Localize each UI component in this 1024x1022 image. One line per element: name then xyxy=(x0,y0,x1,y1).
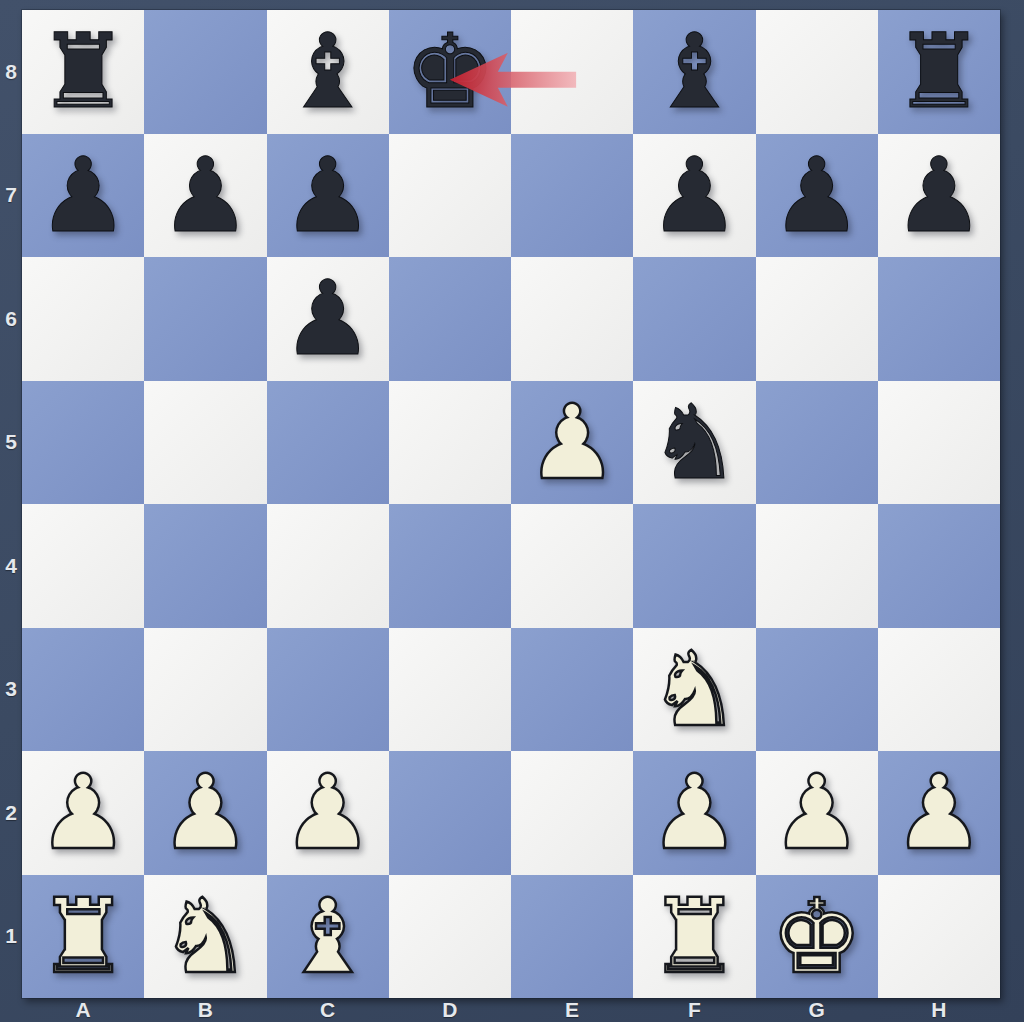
rank-label-5: 5 xyxy=(0,381,22,505)
piece-white-rook[interactable]: ♜ xyxy=(37,885,129,988)
piece-white-pawn[interactable]: ♟ xyxy=(526,391,618,494)
piece-black-king[interactable]: ♚ xyxy=(404,20,496,123)
square-c8[interactable]: ♝ xyxy=(267,10,389,134)
square-f3[interactable]: ♞ xyxy=(633,628,755,752)
file-label-C: C xyxy=(267,998,389,1022)
square-e1[interactable] xyxy=(511,875,633,999)
piece-black-bishop[interactable]: ♝ xyxy=(648,20,740,123)
piece-white-king[interactable]: ♚ xyxy=(770,885,862,988)
square-d8[interactable]: ♚ xyxy=(389,10,511,134)
rank-label-2: 2 xyxy=(0,751,22,875)
piece-black-pawn[interactable]: ♟ xyxy=(893,144,985,247)
file-label-F: F xyxy=(633,998,755,1022)
square-f7[interactable]: ♟ xyxy=(633,134,755,258)
square-g2[interactable]: ♟ xyxy=(756,751,878,875)
square-a3[interactable] xyxy=(22,628,144,752)
square-e8[interactable] xyxy=(511,10,633,134)
square-e5[interactable]: ♟ xyxy=(511,381,633,505)
square-d5[interactable] xyxy=(389,381,511,505)
square-h2[interactable]: ♟ xyxy=(878,751,1000,875)
square-g1[interactable]: ♚ xyxy=(756,875,878,999)
square-f1[interactable]: ♜ xyxy=(633,875,755,999)
square-h4[interactable] xyxy=(878,504,1000,628)
chess-board: ♜♝♚♝♜♟♟♟♟♟♟♟♟♞♞♟♟♟♟♟♟♜♞♝♜♚ xyxy=(22,10,1000,998)
square-b1[interactable]: ♞ xyxy=(144,875,266,999)
square-f8[interactable]: ♝ xyxy=(633,10,755,134)
file-labels: ABCDEFGH xyxy=(22,998,1000,1022)
square-d6[interactable] xyxy=(389,257,511,381)
square-e4[interactable] xyxy=(511,504,633,628)
square-h7[interactable]: ♟ xyxy=(878,134,1000,258)
rank-label-3: 3 xyxy=(0,628,22,752)
piece-black-rook[interactable]: ♜ xyxy=(893,20,985,123)
square-h5[interactable] xyxy=(878,381,1000,505)
piece-white-pawn[interactable]: ♟ xyxy=(893,761,985,864)
square-b6[interactable] xyxy=(144,257,266,381)
piece-white-bishop[interactable]: ♝ xyxy=(281,885,373,988)
square-b7[interactable]: ♟ xyxy=(144,134,266,258)
square-a2[interactable]: ♟ xyxy=(22,751,144,875)
piece-white-pawn[interactable]: ♟ xyxy=(159,761,251,864)
piece-black-pawn[interactable]: ♟ xyxy=(770,144,862,247)
rank-label-1: 1 xyxy=(0,875,22,999)
square-g4[interactable] xyxy=(756,504,878,628)
rank-label-8: 8 xyxy=(0,10,22,134)
square-h8[interactable]: ♜ xyxy=(878,10,1000,134)
square-a1[interactable]: ♜ xyxy=(22,875,144,999)
square-e6[interactable] xyxy=(511,257,633,381)
square-f6[interactable] xyxy=(633,257,755,381)
piece-white-knight[interactable]: ♞ xyxy=(648,638,740,741)
square-e3[interactable] xyxy=(511,628,633,752)
piece-white-rook[interactable]: ♜ xyxy=(648,885,740,988)
square-c7[interactable]: ♟ xyxy=(267,134,389,258)
square-a5[interactable] xyxy=(22,381,144,505)
piece-black-pawn[interactable]: ♟ xyxy=(37,144,129,247)
square-f5[interactable]: ♞ xyxy=(633,381,755,505)
chess-app: 87654321 ♜♝♚♝♜♟♟♟♟♟♟♟♟♞♞♟♟♟♟♟♟♜♞♝♜♚ ABCD… xyxy=(0,0,1024,1022)
piece-black-pawn[interactable]: ♟ xyxy=(281,267,373,370)
file-label-G: G xyxy=(756,998,878,1022)
file-label-A: A xyxy=(22,998,144,1022)
square-a6[interactable] xyxy=(22,257,144,381)
square-c3[interactable] xyxy=(267,628,389,752)
square-c4[interactable] xyxy=(267,504,389,628)
square-g8[interactable] xyxy=(756,10,878,134)
piece-white-pawn[interactable]: ♟ xyxy=(770,761,862,864)
rank-label-7: 7 xyxy=(0,134,22,258)
piece-black-pawn[interactable]: ♟ xyxy=(648,144,740,247)
piece-black-knight[interactable]: ♞ xyxy=(648,391,740,494)
file-label-D: D xyxy=(389,998,511,1022)
square-d2[interactable] xyxy=(389,751,511,875)
square-c1[interactable]: ♝ xyxy=(267,875,389,999)
square-g7[interactable]: ♟ xyxy=(756,134,878,258)
piece-white-pawn[interactable]: ♟ xyxy=(648,761,740,864)
square-g5[interactable] xyxy=(756,381,878,505)
square-b4[interactable] xyxy=(144,504,266,628)
piece-white-pawn[interactable]: ♟ xyxy=(281,761,373,864)
piece-black-pawn[interactable]: ♟ xyxy=(159,144,251,247)
square-d1[interactable] xyxy=(389,875,511,999)
square-a7[interactable]: ♟ xyxy=(22,134,144,258)
square-d7[interactable] xyxy=(389,134,511,258)
square-b5[interactable] xyxy=(144,381,266,505)
square-f4[interactable] xyxy=(633,504,755,628)
piece-black-pawn[interactable]: ♟ xyxy=(281,144,373,247)
square-d3[interactable] xyxy=(389,628,511,752)
square-h1[interactable] xyxy=(878,875,1000,999)
piece-white-knight[interactable]: ♞ xyxy=(159,885,251,988)
square-g6[interactable] xyxy=(756,257,878,381)
square-b2[interactable]: ♟ xyxy=(144,751,266,875)
file-label-B: B xyxy=(144,998,266,1022)
square-h3[interactable] xyxy=(878,628,1000,752)
square-c6[interactable]: ♟ xyxy=(267,257,389,381)
square-a4[interactable] xyxy=(22,504,144,628)
rank-label-4: 4 xyxy=(0,504,22,628)
square-e7[interactable] xyxy=(511,134,633,258)
square-d4[interactable] xyxy=(389,504,511,628)
square-e2[interactable] xyxy=(511,751,633,875)
square-h6[interactable] xyxy=(878,257,1000,381)
square-c5[interactable] xyxy=(267,381,389,505)
square-b3[interactable] xyxy=(144,628,266,752)
file-label-H: H xyxy=(878,998,1000,1022)
piece-white-pawn[interactable]: ♟ xyxy=(37,761,129,864)
rank-labels: 87654321 xyxy=(0,10,22,998)
square-b8[interactable] xyxy=(144,10,266,134)
square-a8[interactable]: ♜ xyxy=(22,10,144,134)
piece-black-rook[interactable]: ♜ xyxy=(37,20,129,123)
file-label-E: E xyxy=(511,998,633,1022)
square-f2[interactable]: ♟ xyxy=(633,751,755,875)
piece-black-bishop[interactable]: ♝ xyxy=(281,20,373,123)
rank-label-6: 6 xyxy=(0,257,22,381)
square-g3[interactable] xyxy=(756,628,878,752)
square-c2[interactable]: ♟ xyxy=(267,751,389,875)
